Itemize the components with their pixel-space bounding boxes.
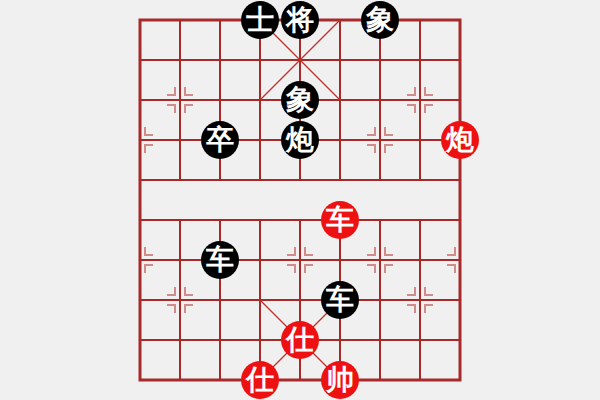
red-advisor[interactable]: 仕 [241, 361, 279, 399]
black-chariot[interactable]: 车 [201, 241, 239, 279]
red-cannon[interactable]: 炮 [441, 121, 479, 159]
black-elephant[interactable]: 象 [361, 1, 399, 39]
black-pawn[interactable]: 卒 [201, 121, 239, 159]
red-chariot[interactable]: 车 [321, 201, 359, 239]
black-chariot[interactable]: 车 [321, 281, 359, 319]
black-advisor[interactable]: 士 [241, 1, 279, 39]
red-advisor[interactable]: 仕 [281, 321, 319, 359]
xiangqi-diagram: 士将象象卒炮炮车车车仕仕帅 [0, 0, 600, 400]
board-intersections-grid: 士将象象卒炮炮车车车仕仕帅 [120, 0, 480, 400]
red-king[interactable]: 帅 [321, 361, 359, 399]
black-elephant[interactable]: 象 [281, 81, 319, 119]
black-cannon[interactable]: 炮 [281, 121, 319, 159]
black-king[interactable]: 将 [281, 1, 319, 39]
